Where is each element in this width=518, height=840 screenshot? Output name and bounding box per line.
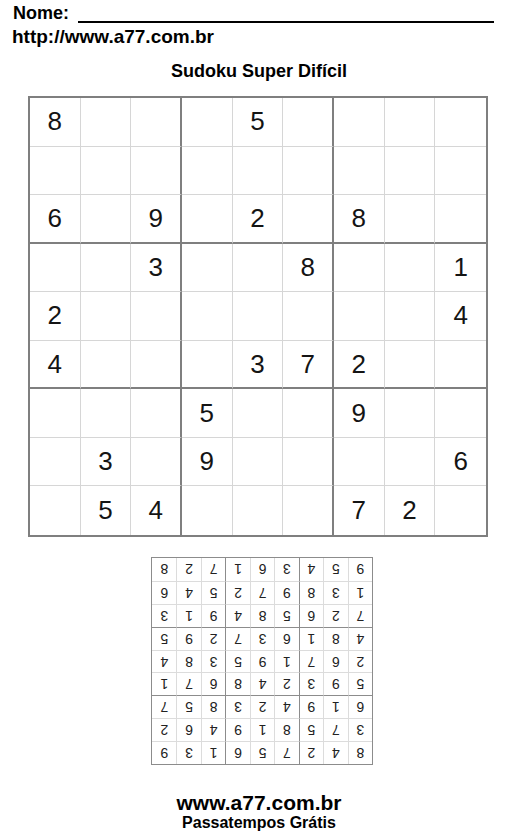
solution-cell-r9c1: 9 [348, 558, 372, 581]
solution-cell-r2c2: 7 [323, 718, 347, 741]
puzzle-cell-r9c5[interactable] [233, 486, 284, 535]
solution-cell-r2c4: 8 [274, 718, 298, 741]
puzzle-cell-r1c3[interactable] [131, 98, 182, 147]
solution-cell-r5c4: 1 [274, 650, 298, 673]
solution-cell-r6c5: 3 [250, 627, 274, 650]
puzzle-cell-r2c8[interactable] [385, 147, 436, 196]
solution-cell-r2c3: 5 [299, 718, 323, 741]
solution-cell-r4c3: 3 [299, 672, 323, 695]
solution-cell-r9c9: 8 [152, 558, 176, 581]
puzzle-cell-r2c7[interactable] [334, 147, 385, 196]
solution-cell-r9c8: 2 [176, 558, 200, 581]
puzzle-cell-r6c3[interactable] [131, 341, 182, 390]
puzzle-cell-r2c5[interactable] [233, 147, 284, 196]
puzzle-cell-r4c8[interactable] [385, 244, 436, 293]
solution-cell-r7c8: 1 [176, 604, 200, 627]
solution-cell-r5c6: 5 [225, 650, 249, 673]
solution-cell-r3c5: 2 [250, 695, 274, 718]
solution-cell-r3c3: 9 [299, 695, 323, 718]
solution-cell-r6c7: 2 [201, 627, 225, 650]
puzzle-cell-r2c2[interactable] [81, 147, 132, 196]
solution-cell-r5c9: 4 [152, 650, 176, 673]
puzzle-cell-r3c2[interactable] [81, 195, 132, 244]
solution-cell-r8c4: 9 [274, 581, 298, 604]
puzzle-cell-r4c4[interactable] [182, 244, 233, 293]
solution-cell-r9c3: 4 [299, 558, 323, 581]
puzzle-cell-r4c7[interactable] [334, 244, 385, 293]
solution-cell-r5c8: 8 [176, 650, 200, 673]
puzzle-cell-r5c8[interactable] [385, 292, 436, 341]
solution-cell-r7c3: 6 [299, 604, 323, 627]
puzzle-cell-r6c7: 2 [334, 341, 385, 390]
puzzle-cell-r1c2[interactable] [81, 98, 132, 147]
solution-cell-r3c8: 5 [176, 695, 200, 718]
solution-cell-r6c9: 5 [152, 627, 176, 650]
solution-cell-r8c7: 5 [201, 581, 225, 604]
solution-cell-r8c5: 7 [250, 581, 274, 604]
puzzle-cell-r3c7: 8 [334, 195, 385, 244]
solution-cell-r1c2: 4 [323, 741, 347, 764]
solution-cell-r2c7: 4 [201, 718, 225, 741]
puzzle-cell-r5c4[interactable] [182, 292, 233, 341]
solution-cell-r6c1: 4 [348, 627, 372, 650]
solution-cell-r7c7: 9 [201, 604, 225, 627]
site-url: http://www.a77.com.br [12, 26, 214, 48]
puzzle-cell-r3c4[interactable] [182, 195, 233, 244]
puzzle-cell-r5c1: 2 [30, 292, 81, 341]
solution-cell-r4c6: 8 [225, 672, 249, 695]
solution-cell-r7c9: 3 [152, 604, 176, 627]
sudoku-puzzle-grid: 856928381244372593965472 [28, 96, 488, 537]
puzzle-cell-r4c5[interactable] [233, 244, 284, 293]
name-blank-line[interactable] [78, 21, 494, 23]
solution-cell-r3c1: 6 [348, 695, 372, 718]
puzzle-cell-r4c9: 1 [435, 244, 486, 293]
puzzle-title: Sudoku Super Difícil [0, 61, 518, 82]
puzzle-cell-r1c9[interactable] [435, 98, 486, 147]
solution-cell-r8c2: 3 [323, 581, 347, 604]
puzzle-cell-r2c3[interactable] [131, 147, 182, 196]
puzzle-cell-r6c6: 7 [283, 341, 334, 390]
solution-cell-r6c8: 9 [176, 627, 200, 650]
puzzle-cell-r5c3[interactable] [131, 292, 182, 341]
solution-cell-r1c4: 7 [274, 741, 298, 764]
solution-cell-r5c5: 9 [250, 650, 274, 673]
puzzle-cell-r3c6[interactable] [283, 195, 334, 244]
puzzle-cell-r5c2[interactable] [81, 292, 132, 341]
solution-cell-r3c2: 1 [323, 695, 347, 718]
solution-cell-r4c8: 7 [176, 672, 200, 695]
solution-cell-r1c9: 9 [152, 741, 176, 764]
puzzle-cell-r5c9: 4 [435, 292, 486, 341]
solution-cell-r3c7: 8 [201, 695, 225, 718]
puzzle-cell-r1c1: 8 [30, 98, 81, 147]
puzzle-cell-r8c2: 3 [81, 438, 132, 487]
solution-cell-r1c7: 1 [201, 741, 225, 764]
puzzle-cell-r4c1[interactable] [30, 244, 81, 293]
puzzle-cell-r3c5: 2 [233, 195, 284, 244]
puzzle-cell-r8c7[interactable] [334, 438, 385, 487]
solution-cell-r7c1: 7 [348, 604, 372, 627]
footer-tagline: Passatempos Grátis [0, 814, 518, 832]
puzzle-cell-r1c5: 5 [233, 98, 284, 147]
solution-cell-r9c7: 7 [201, 558, 225, 581]
puzzle-cell-r3c3: 9 [131, 195, 182, 244]
solution-cell-r3c6: 3 [225, 695, 249, 718]
solution-cell-r6c3: 1 [299, 627, 323, 650]
puzzle-cell-r1c6[interactable] [283, 98, 334, 147]
solution-cell-r1c5: 5 [250, 741, 274, 764]
solution-cell-r8c8: 4 [176, 581, 200, 604]
worksheet-page: Nome: http://www.a77.com.br Sudoku Super… [0, 0, 518, 840]
solution-cell-r4c9: 1 [152, 672, 176, 695]
solution-cell-r5c2: 6 [323, 650, 347, 673]
puzzle-cell-r5c5[interactable] [233, 292, 284, 341]
solution-cell-r7c2: 2 [323, 604, 347, 627]
puzzle-cell-r4c2[interactable] [81, 244, 132, 293]
puzzle-cell-r7c4: 5 [182, 389, 233, 438]
solution-cell-r6c6: 7 [225, 627, 249, 650]
solution-cell-r7c4: 5 [274, 604, 298, 627]
puzzle-cell-r7c7: 9 [334, 389, 385, 438]
puzzle-cell-r3c8[interactable] [385, 195, 436, 244]
puzzle-cell-r2c1[interactable] [30, 147, 81, 196]
puzzle-cell-r7c6[interactable] [283, 389, 334, 438]
solution-cell-r2c1: 3 [348, 718, 372, 741]
puzzle-cell-r8c5[interactable] [233, 438, 284, 487]
solution-cell-r4c1: 5 [348, 672, 372, 695]
puzzle-cell-r6c1: 4 [30, 341, 81, 390]
solution-cell-r4c4: 2 [274, 672, 298, 695]
puzzle-cell-r9c4[interactable] [182, 486, 233, 535]
solution-cell-r1c3: 2 [299, 741, 323, 764]
solution-cell-r5c3: 7 [299, 650, 323, 673]
puzzle-cell-r3c1: 6 [30, 195, 81, 244]
puzzle-cell-r8c9: 6 [435, 438, 486, 487]
puzzle-cell-r7c1[interactable] [30, 389, 81, 438]
puzzle-cell-r8c4: 9 [182, 438, 233, 487]
solution-cell-r2c8: 6 [176, 718, 200, 741]
solution-cell-r8c9: 6 [152, 581, 176, 604]
puzzle-cell-r7c2[interactable] [81, 389, 132, 438]
solution-cell-r3c9: 7 [152, 695, 176, 718]
puzzle-cell-r8c8[interactable] [385, 438, 436, 487]
solution-cell-r1c1: 8 [348, 741, 372, 764]
puzzle-cell-r5c7[interactable] [334, 292, 385, 341]
solution-cell-r9c2: 5 [323, 558, 347, 581]
solution-cell-r2c9: 2 [152, 718, 176, 741]
solution-cell-r7c5: 8 [250, 604, 274, 627]
puzzle-cell-r6c9[interactable] [435, 341, 486, 390]
puzzle-cell-r4c6: 8 [283, 244, 334, 293]
solution-cell-r5c7: 3 [201, 650, 225, 673]
solution-cell-r4c2: 9 [323, 672, 347, 695]
puzzle-cell-r9c8: 2 [385, 486, 436, 535]
solution-cell-r8c3: 8 [299, 581, 323, 604]
puzzle-cell-r1c8[interactable] [385, 98, 436, 147]
puzzle-cell-r9c2: 5 [81, 486, 132, 535]
puzzle-cell-r6c4[interactable] [182, 341, 233, 390]
puzzle-cell-r2c6[interactable] [283, 147, 334, 196]
name-label: Nome: [13, 3, 69, 24]
puzzle-cell-r8c6[interactable] [283, 438, 334, 487]
puzzle-cell-r3c9[interactable] [435, 195, 486, 244]
puzzle-cell-r9c3: 4 [131, 486, 182, 535]
puzzle-cell-r5c6[interactable] [283, 292, 334, 341]
solution-cell-r6c4: 6 [274, 627, 298, 650]
solution-cell-r4c5: 4 [250, 672, 274, 695]
puzzle-cell-r2c9[interactable] [435, 147, 486, 196]
solution-cell-r1c8: 3 [176, 741, 200, 764]
puzzle-cell-r9c9[interactable] [435, 486, 486, 535]
puzzle-cell-r1c7[interactable] [334, 98, 385, 147]
solution-cell-r3c4: 4 [274, 695, 298, 718]
puzzle-cell-r6c2[interactable] [81, 341, 132, 390]
puzzle-cell-r9c7: 7 [334, 486, 385, 535]
solution-cell-r1c6: 6 [225, 741, 249, 764]
puzzle-cell-r8c3[interactable] [131, 438, 182, 487]
solution-cell-r7c6: 4 [225, 604, 249, 627]
solution-cell-r8c6: 2 [225, 581, 249, 604]
puzzle-cell-r7c3[interactable] [131, 389, 182, 438]
solution-cell-r9c4: 3 [274, 558, 298, 581]
solution-cell-r5c1: 2 [348, 650, 372, 673]
solution-cell-r4c7: 6 [201, 672, 225, 695]
solution-cell-r6c2: 8 [323, 627, 347, 650]
sudoku-solution-grid-upside-down: 8427561393758194626194238575932486712671… [151, 557, 373, 765]
puzzle-cell-r8c1[interactable] [30, 438, 81, 487]
solution-cell-r2c5: 1 [250, 718, 274, 741]
puzzle-cell-r6c8[interactable] [385, 341, 436, 390]
solution-cell-r8c1: 1 [348, 581, 372, 604]
puzzle-cell-r7c5[interactable] [233, 389, 284, 438]
puzzle-cell-r1c4[interactable] [182, 98, 233, 147]
puzzle-cell-r9c6[interactable] [283, 486, 334, 535]
puzzle-cell-r6c5: 3 [233, 341, 284, 390]
puzzle-cell-r7c8[interactable] [385, 389, 436, 438]
footer-site: www.a77.com.br [0, 791, 518, 815]
solution-cell-r9c5: 6 [250, 558, 274, 581]
puzzle-cell-r9c1[interactable] [30, 486, 81, 535]
puzzle-cell-r7c9[interactable] [435, 389, 486, 438]
puzzle-cell-r2c4[interactable] [182, 147, 233, 196]
puzzle-cell-r4c3: 3 [131, 244, 182, 293]
solution-cell-r9c6: 1 [225, 558, 249, 581]
solution-cell-r2c6: 9 [225, 718, 249, 741]
